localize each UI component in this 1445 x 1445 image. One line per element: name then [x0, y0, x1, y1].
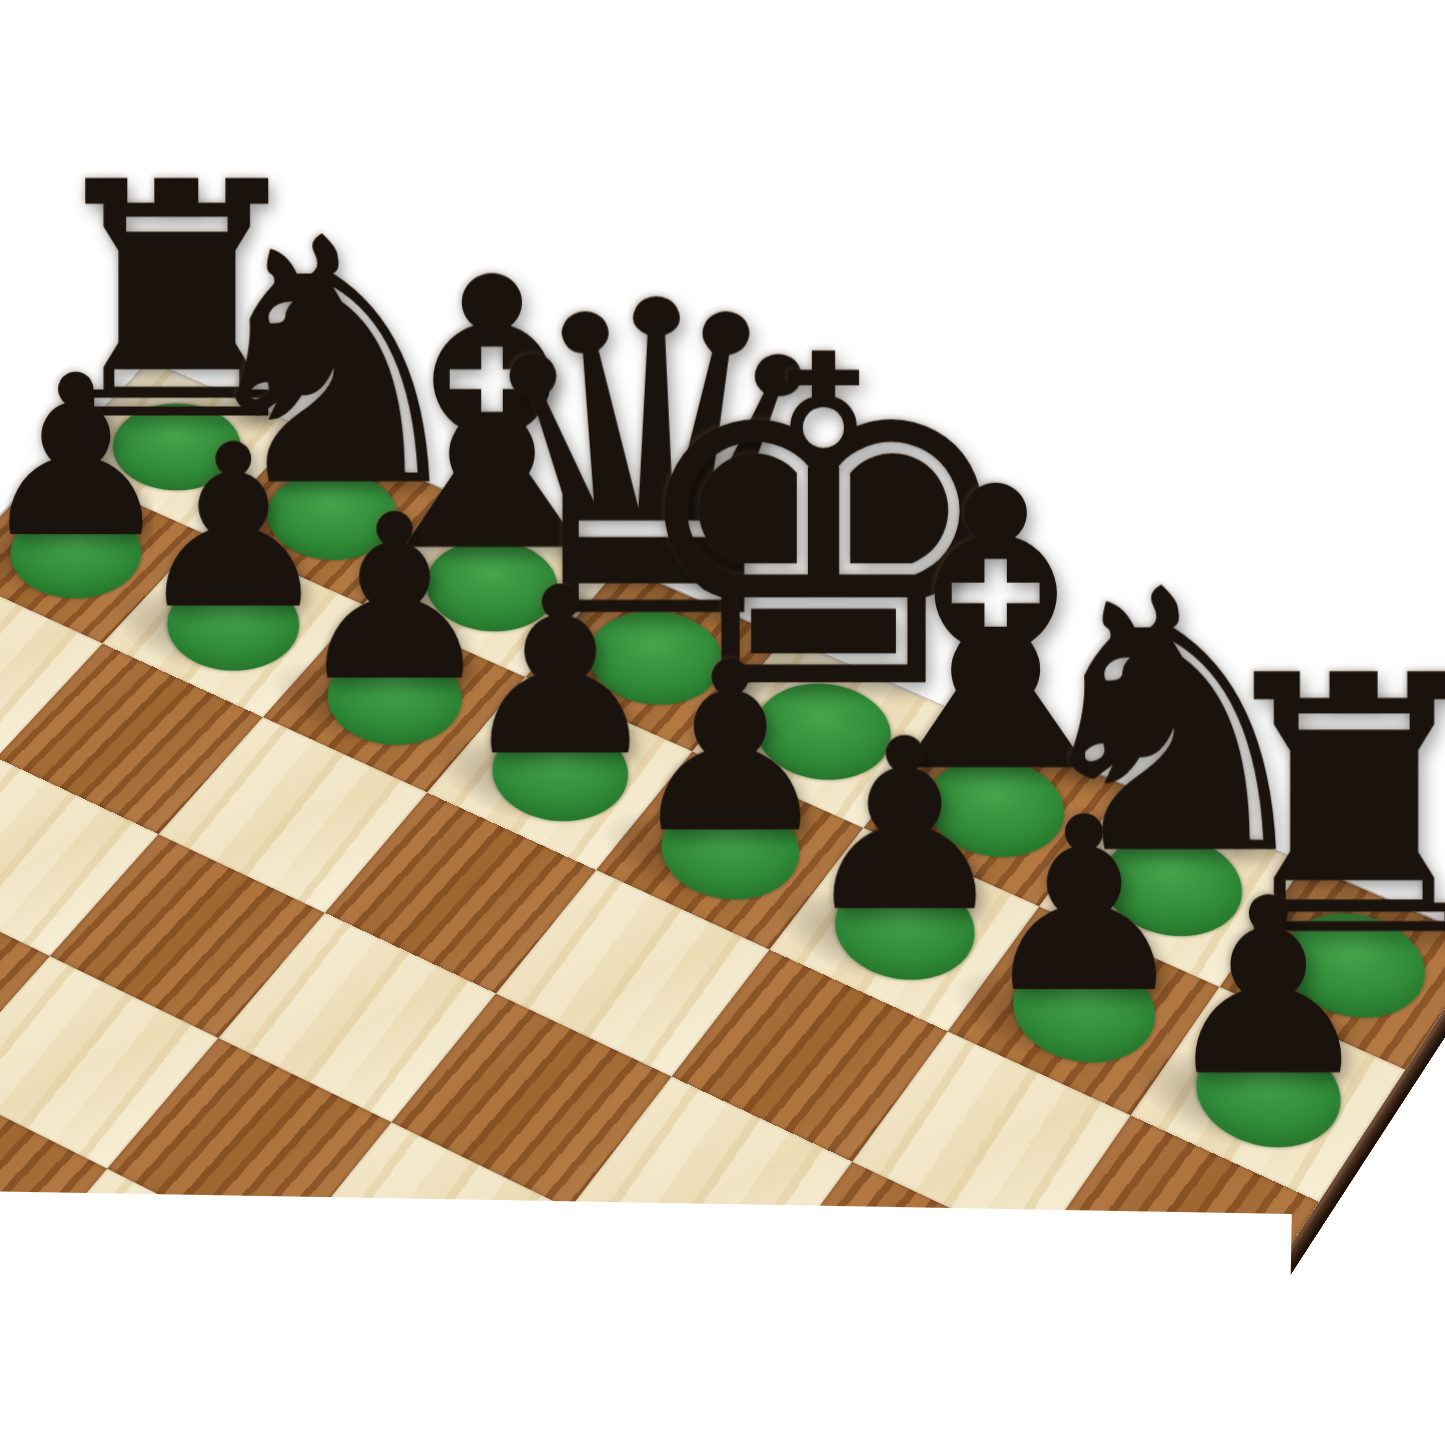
photo-crop-mask-bottom-full: [0, 1288, 1445, 1445]
chess-set-photo: ♜♞♝♛♚♝♞♜♟♟♟♟♟♟♟♟: [0, 0, 1445, 1445]
black-pawn: ♟: [1159, 872, 1378, 1104]
